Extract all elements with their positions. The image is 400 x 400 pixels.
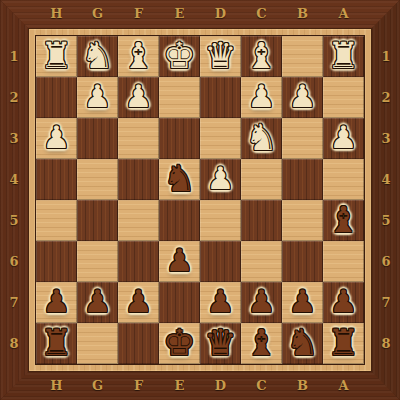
square-c7[interactable]: ♟: [241, 282, 282, 323]
square-b1[interactable]: [282, 36, 323, 77]
piece-white-bishop[interactable]: ♝: [245, 38, 277, 74]
square-e7[interactable]: [159, 282, 200, 323]
square-b5[interactable]: [282, 200, 323, 241]
file-label-top-c: C: [241, 6, 282, 22]
piece-black-pawn[interactable]: ♟: [248, 286, 276, 317]
square-f6[interactable]: [118, 241, 159, 282]
file-label-bottom-h: H: [36, 378, 77, 394]
square-e6[interactable]: ♟: [159, 241, 200, 282]
file-label-top-e: E: [159, 6, 200, 22]
square-d2[interactable]: [200, 77, 241, 118]
file-label-bottom-d: D: [200, 378, 241, 394]
square-h1[interactable]: ♜: [36, 36, 77, 77]
square-h7[interactable]: ♟: [36, 282, 77, 323]
square-g1[interactable]: ♞: [77, 36, 118, 77]
square-g4[interactable]: [77, 159, 118, 200]
square-a5[interactable]: ♝: [323, 200, 364, 241]
piece-black-pawn[interactable]: ♟: [207, 286, 235, 317]
square-h8[interactable]: ♜: [36, 323, 77, 364]
piece-black-bishop[interactable]: ♝: [327, 202, 359, 238]
square-g5[interactable]: [77, 200, 118, 241]
square-b6[interactable]: [282, 241, 323, 282]
file-label-top-h: H: [36, 6, 77, 22]
square-e5[interactable]: [159, 200, 200, 241]
square-b8[interactable]: ♞: [282, 323, 323, 364]
square-f7[interactable]: ♟: [118, 282, 159, 323]
square-d4[interactable]: ♟: [200, 159, 241, 200]
square-g8[interactable]: [77, 323, 118, 364]
file-label-top-a: A: [323, 6, 364, 22]
square-f1[interactable]: ♝: [118, 36, 159, 77]
piece-black-knight[interactable]: ♞: [286, 325, 318, 361]
piece-black-knight[interactable]: ♞: [163, 161, 195, 197]
file-label-top-g: G: [77, 6, 118, 22]
square-e4[interactable]: ♞: [159, 159, 200, 200]
square-a8[interactable]: ♜: [323, 323, 364, 364]
piece-black-pawn[interactable]: ♟: [125, 286, 153, 317]
piece-white-rook[interactable]: ♜: [40, 38, 72, 74]
rank-label-left-7: 7: [0, 282, 28, 323]
piece-white-pawn[interactable]: ♟: [248, 81, 276, 112]
piece-black-pawn[interactable]: ♟: [43, 286, 71, 317]
piece-white-pawn[interactable]: ♟: [289, 81, 317, 112]
file-label-top-b: B: [282, 6, 323, 22]
square-f5[interactable]: [118, 200, 159, 241]
chess-board-app: HGFEDCBA HGFEDCBA 12345678 12345678 ♜♞♝♚…: [0, 0, 400, 400]
file-label-bottom-e: E: [159, 378, 200, 394]
piece-black-pawn[interactable]: ♟: [289, 286, 317, 317]
piece-black-pawn[interactable]: ♟: [84, 286, 112, 317]
rank-label-right-3: 3: [372, 118, 400, 159]
piece-black-pawn[interactable]: ♟: [330, 286, 358, 317]
rank-label-right-6: 6: [372, 241, 400, 282]
piece-black-queen[interactable]: ♛: [204, 325, 236, 361]
square-b2[interactable]: ♟: [282, 77, 323, 118]
rank-label-right-8: 8: [372, 323, 400, 364]
chess-board: ♜♞♝♚♛♝♜♟♟♟♟♟♞♟♞♟♝♟♟♟♟♟♟♟♟♜♚♛♝♞♜: [36, 36, 364, 364]
file-label-bottom-a: A: [323, 378, 364, 394]
square-b4[interactable]: [282, 159, 323, 200]
piece-black-rook[interactable]: ♜: [40, 325, 72, 361]
piece-white-knight[interactable]: ♞: [81, 38, 113, 74]
file-labels-bottom: HGFEDCBA: [36, 378, 364, 394]
rank-label-left-4: 4: [0, 159, 28, 200]
square-f4[interactable]: [118, 159, 159, 200]
piece-white-knight[interactable]: ♞: [245, 120, 277, 156]
square-a2[interactable]: [323, 77, 364, 118]
square-e8[interactable]: ♚: [159, 323, 200, 364]
file-label-bottom-c: C: [241, 378, 282, 394]
square-a1[interactable]: ♜: [323, 36, 364, 77]
piece-white-pawn[interactable]: ♟: [43, 122, 71, 153]
square-b3[interactable]: [282, 118, 323, 159]
square-d1[interactable]: ♛: [200, 36, 241, 77]
piece-black-bishop[interactable]: ♝: [245, 325, 277, 361]
rank-label-right-4: 4: [372, 159, 400, 200]
piece-black-pawn[interactable]: ♟: [166, 245, 194, 276]
square-f2[interactable]: ♟: [118, 77, 159, 118]
square-g2[interactable]: ♟: [77, 77, 118, 118]
square-e3[interactable]: [159, 118, 200, 159]
square-e1[interactable]: ♚: [159, 36, 200, 77]
rank-label-right-5: 5: [372, 200, 400, 241]
rank-label-left-1: 1: [0, 36, 28, 77]
file-label-bottom-f: F: [118, 378, 159, 394]
square-d3[interactable]: [200, 118, 241, 159]
square-c2[interactable]: ♟: [241, 77, 282, 118]
square-c4[interactable]: [241, 159, 282, 200]
piece-white-rook[interactable]: ♜: [327, 38, 359, 74]
square-c6[interactable]: [241, 241, 282, 282]
piece-white-queen[interactable]: ♛: [204, 38, 236, 74]
rank-label-left-8: 8: [0, 323, 28, 364]
square-b7[interactable]: ♟: [282, 282, 323, 323]
file-label-top-f: F: [118, 6, 159, 22]
piece-white-pawn[interactable]: ♟: [125, 81, 153, 112]
square-g7[interactable]: ♟: [77, 282, 118, 323]
square-f8[interactable]: [118, 323, 159, 364]
square-a6[interactable]: [323, 241, 364, 282]
rank-label-left-3: 3: [0, 118, 28, 159]
file-labels-top: HGFEDCBA: [36, 6, 364, 22]
square-c3[interactable]: ♞: [241, 118, 282, 159]
square-g6[interactable]: [77, 241, 118, 282]
square-c5[interactable]: [241, 200, 282, 241]
square-c8[interactable]: ♝: [241, 323, 282, 364]
square-d8[interactable]: ♛: [200, 323, 241, 364]
piece-white-pawn[interactable]: ♟: [330, 122, 358, 153]
square-d5[interactable]: [200, 200, 241, 241]
square-e2[interactable]: [159, 77, 200, 118]
rank-label-right-2: 2: [372, 77, 400, 118]
square-g3[interactable]: [77, 118, 118, 159]
piece-black-rook[interactable]: ♜: [327, 325, 359, 361]
rank-labels-right: 12345678: [372, 36, 400, 364]
rank-label-left-6: 6: [0, 241, 28, 282]
piece-black-king[interactable]: ♚: [163, 325, 195, 361]
square-f3[interactable]: [118, 118, 159, 159]
rank-labels-left: 12345678: [0, 36, 28, 364]
piece-white-bishop[interactable]: ♝: [122, 38, 154, 74]
file-label-bottom-b: B: [282, 378, 323, 394]
square-a3[interactable]: ♟: [323, 118, 364, 159]
square-d7[interactable]: ♟: [200, 282, 241, 323]
square-h3[interactable]: ♟: [36, 118, 77, 159]
file-label-top-d: D: [200, 6, 241, 22]
square-h5[interactable]: [36, 200, 77, 241]
square-h4[interactable]: [36, 159, 77, 200]
rank-label-left-2: 2: [0, 77, 28, 118]
piece-white-pawn[interactable]: ♟: [207, 163, 235, 194]
piece-white-king[interactable]: ♚: [163, 38, 195, 74]
square-a7[interactable]: ♟: [323, 282, 364, 323]
rank-label-right-1: 1: [372, 36, 400, 77]
piece-white-pawn[interactable]: ♟: [84, 81, 112, 112]
square-h6[interactable]: [36, 241, 77, 282]
square-c1[interactable]: ♝: [241, 36, 282, 77]
file-label-bottom-g: G: [77, 378, 118, 394]
rank-label-left-5: 5: [0, 200, 28, 241]
square-d6[interactable]: [200, 241, 241, 282]
square-h2[interactable]: [36, 77, 77, 118]
rank-label-right-7: 7: [372, 282, 400, 323]
square-a4[interactable]: [323, 159, 364, 200]
